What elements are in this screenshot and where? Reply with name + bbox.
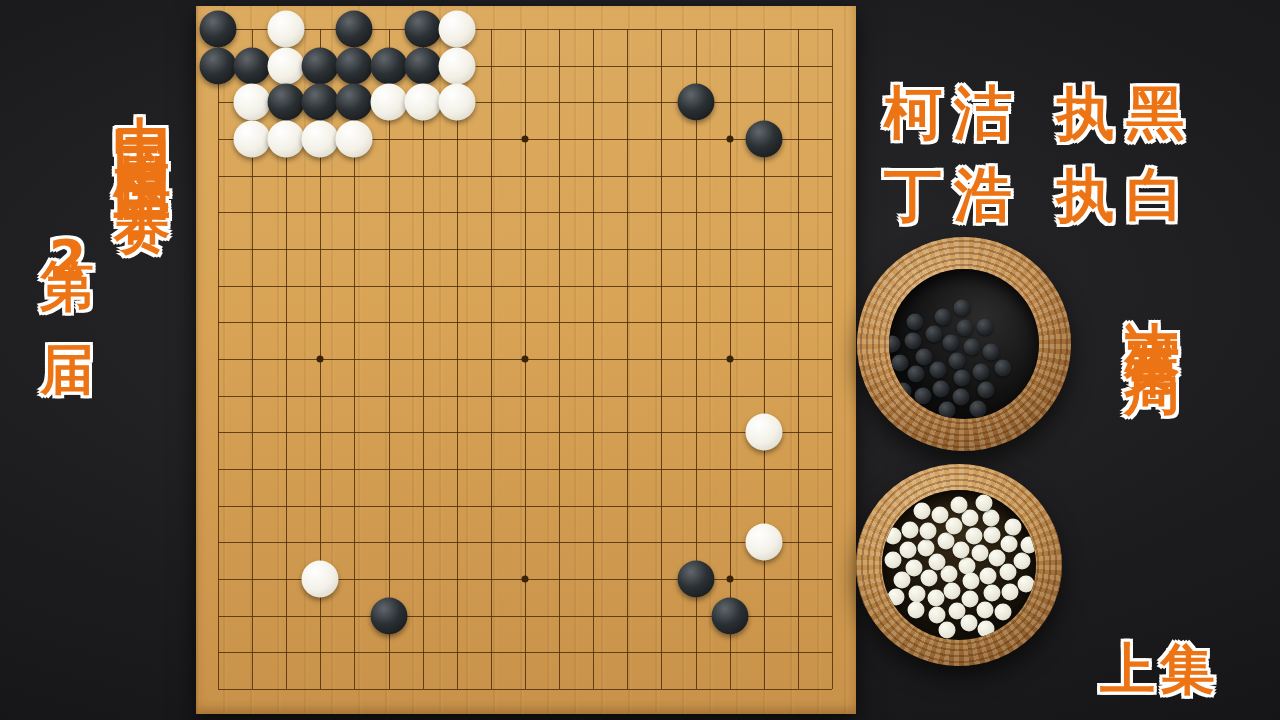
- white-stone: [438, 47, 475, 84]
- white-stone: [438, 11, 475, 48]
- white-bowl-opening: [882, 490, 1036, 640]
- bowl-black-stone: [916, 348, 933, 365]
- bowl-white-stone: [938, 621, 955, 638]
- black-stone: [336, 11, 373, 48]
- bowl-white-stone: [918, 540, 935, 557]
- bowl-white-stone: [1002, 583, 1019, 600]
- bowl-black-stone: [953, 300, 970, 317]
- grid-line-vertical: [593, 29, 594, 689]
- bowl-white-stone: [937, 533, 954, 550]
- grid-line-horizontal: [218, 506, 832, 507]
- bowl-black-stone: [977, 382, 994, 399]
- bowl-white-stone: [1004, 519, 1021, 536]
- white-stone: [302, 561, 339, 598]
- grid-line-horizontal: [218, 652, 832, 653]
- bowl-white-stone: [885, 528, 902, 545]
- white-stone: [234, 121, 271, 158]
- bowl-black-stone: [926, 325, 943, 342]
- board-grid: [218, 29, 832, 689]
- bowl-white-stone: [961, 590, 978, 607]
- grid-line-vertical: [559, 29, 560, 689]
- bowl-black-stone: [954, 369, 971, 386]
- bowl-white-stone: [951, 496, 968, 513]
- bowl-black-stone: [995, 359, 1012, 376]
- bowl-white-stone: [920, 522, 937, 539]
- star-point: [726, 356, 733, 363]
- white-stone: [268, 11, 305, 48]
- white-stone: [370, 84, 407, 121]
- bowl-white-stone: [963, 573, 980, 590]
- grid-line-horizontal: [218, 432, 832, 433]
- bowl-black-stone: [891, 354, 908, 371]
- black-stone: [302, 84, 339, 121]
- bowl-white-stone: [945, 518, 962, 535]
- bowl-black-stone: [949, 353, 966, 370]
- bowl-white-stone: [920, 569, 937, 586]
- white-stone: [268, 121, 305, 158]
- grid-line-vertical: [798, 29, 799, 689]
- star-point: [726, 576, 733, 583]
- bowl-black-stone: [938, 402, 955, 419]
- bowl-black-stone: [906, 314, 923, 331]
- bowl-white-stone: [931, 507, 948, 524]
- white-stone: [268, 47, 305, 84]
- black-stone: [200, 11, 237, 48]
- grid-line-horizontal: [218, 542, 832, 543]
- bowl-white-stone: [1021, 537, 1036, 554]
- go-board: [196, 6, 856, 714]
- bowl-white-stone: [885, 552, 902, 569]
- player-white-label: 丁浩 执白: [884, 166, 1196, 224]
- bowl-black-stone: [895, 383, 912, 400]
- bowl-black-stone: [905, 333, 922, 350]
- bowl-white-stone: [984, 584, 1001, 601]
- bowl-black-stone: [973, 364, 990, 381]
- bowl-white-stone: [952, 542, 969, 559]
- grid-line-vertical: [832, 29, 833, 689]
- bowl-white-stone: [902, 522, 919, 539]
- bowl-white-stone: [1013, 553, 1030, 570]
- bowl-white-stone: [927, 589, 944, 606]
- bowl-white-stone: [975, 494, 992, 511]
- bowl-black-stone: [952, 389, 969, 406]
- bowl-white-stone: [977, 601, 994, 618]
- black-stone: [404, 11, 441, 48]
- bowl-black-stone: [933, 380, 950, 397]
- bowl-white-stone: [899, 542, 916, 559]
- grid-line-vertical: [661, 29, 662, 689]
- star-point: [522, 576, 529, 583]
- bowl-white-stone: [906, 559, 923, 576]
- bowl-black-stone: [957, 320, 974, 337]
- black-stone: [745, 121, 782, 158]
- edition-label: 第2届: [40, 216, 94, 315]
- black-stone: [711, 597, 748, 634]
- bowl-white-stone: [914, 502, 931, 519]
- white-stone: [438, 84, 475, 121]
- bowl-black-stone: [983, 344, 1000, 361]
- white-stone: [336, 121, 373, 158]
- bowl-white-stone: [961, 615, 978, 632]
- black-stone: [302, 47, 339, 84]
- black-stone: [268, 84, 305, 121]
- bowl-white-stone: [980, 568, 997, 585]
- white-stone: [302, 121, 339, 158]
- white-stone: [745, 524, 782, 561]
- black-bowl-opening: [889, 269, 1039, 419]
- grid-line-horizontal: [218, 689, 832, 690]
- black-stone-bowl: [857, 237, 1071, 451]
- bowl-white-stone: [962, 510, 979, 527]
- bowl-black-stone: [915, 387, 932, 404]
- bowl-black-stone: [935, 309, 952, 326]
- bowl-white-stone: [894, 572, 911, 589]
- bowl-white-stone: [983, 510, 1000, 527]
- bowl-white-stone: [978, 621, 995, 638]
- bowl-white-stone: [972, 545, 989, 562]
- bowl-white-stone: [907, 602, 924, 619]
- bowl-white-stone: [1000, 536, 1017, 553]
- stage-title: 决赛第一局: [1124, 276, 1180, 331]
- black-stone: [370, 47, 407, 84]
- bowl-white-stone: [909, 585, 926, 602]
- black-stone: [336, 84, 373, 121]
- player-black-label: 柯洁 执黑: [884, 84, 1196, 142]
- star-point: [522, 136, 529, 143]
- black-stone: [370, 597, 407, 634]
- bowl-black-stone: [976, 319, 993, 336]
- star-point: [522, 356, 529, 363]
- black-stone: [404, 47, 441, 84]
- bowl-white-stone: [995, 604, 1012, 621]
- star-point: [317, 356, 324, 363]
- bowl-white-stone: [965, 528, 982, 545]
- black-stone: [200, 47, 237, 84]
- bowl-white-stone: [1018, 575, 1035, 592]
- grid-line-horizontal: [218, 396, 832, 397]
- grid-line-vertical: [627, 29, 628, 689]
- white-stone: [234, 84, 271, 121]
- bowl-black-stone: [889, 335, 901, 352]
- white-stone-bowl: [856, 464, 1062, 666]
- black-stone: [336, 47, 373, 84]
- bowl-white-stone: [983, 527, 1000, 544]
- white-stone: [404, 84, 441, 121]
- black-stone: [677, 84, 714, 121]
- bowl-black-stone: [942, 335, 959, 352]
- bowl-white-stone: [941, 566, 958, 583]
- bowl-black-stone: [907, 366, 924, 383]
- black-stone: [677, 561, 714, 598]
- bowl-black-stone: [930, 362, 947, 379]
- episode-label: 上集: [1100, 642, 1220, 697]
- tournament-title: 中国围棋国手赛: [114, 70, 171, 161]
- bowl-black-stone: [970, 401, 987, 418]
- white-stone: [745, 414, 782, 451]
- bowl-white-stone: [943, 583, 960, 600]
- bowl-black-stone: [964, 338, 981, 355]
- bowl-white-stone: [928, 554, 945, 571]
- grid-line-horizontal: [218, 469, 832, 470]
- black-stone: [234, 47, 271, 84]
- star-point: [726, 136, 733, 143]
- bowl-white-stone: [888, 588, 905, 605]
